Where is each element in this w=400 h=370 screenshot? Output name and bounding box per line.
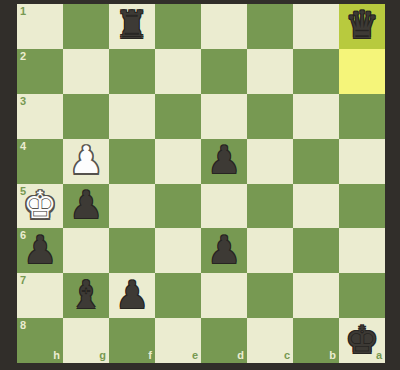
file-label-f: f [148, 350, 152, 361]
file-label-d: d [237, 350, 244, 361]
rank-label-4: 4 [20, 141, 26, 152]
black-pawn[interactable]: ♟ [69, 186, 103, 224]
square-e3[interactable] [155, 94, 201, 139]
square-a6[interactable] [339, 228, 385, 273]
square-h7[interactable]: 7 [17, 273, 63, 318]
square-c2[interactable] [247, 49, 293, 94]
square-a7[interactable] [339, 273, 385, 318]
square-e1[interactable] [155, 4, 201, 49]
square-h2[interactable]: 2 [17, 49, 63, 94]
square-a3[interactable] [339, 94, 385, 139]
black-pawn[interactable]: ♟ [23, 231, 57, 269]
square-e5[interactable] [155, 184, 201, 229]
square-a8[interactable]: a♚ [339, 318, 385, 363]
square-a1[interactable]: ♛ [339, 4, 385, 49]
square-b4[interactable] [293, 139, 339, 184]
square-c4[interactable] [247, 139, 293, 184]
square-a5[interactable] [339, 184, 385, 229]
black-bishop[interactable]: ♝ [69, 276, 103, 314]
rank-label-1: 1 [20, 6, 26, 17]
square-e6[interactable] [155, 228, 201, 273]
file-label-h: h [53, 350, 60, 361]
black-king[interactable]: ♚ [345, 321, 379, 359]
square-h6[interactable]: 6♟ [17, 228, 63, 273]
square-e4[interactable] [155, 139, 201, 184]
square-b7[interactable] [293, 273, 339, 318]
square-f6[interactable] [109, 228, 155, 273]
square-g2[interactable] [63, 49, 109, 94]
black-pawn[interactable]: ♟ [207, 141, 241, 179]
square-g4[interactable]: ♟ [63, 139, 109, 184]
square-h5[interactable]: 5♚ [17, 184, 63, 229]
square-b2[interactable] [293, 49, 339, 94]
file-label-b: b [329, 350, 336, 361]
square-g7[interactable]: ♝ [63, 273, 109, 318]
square-d4[interactable]: ♟ [201, 139, 247, 184]
square-d8[interactable]: d [201, 318, 247, 363]
square-c7[interactable] [247, 273, 293, 318]
square-b8[interactable]: b [293, 318, 339, 363]
square-b1[interactable] [293, 4, 339, 49]
square-f5[interactable] [109, 184, 155, 229]
square-h1[interactable]: 1 [17, 4, 63, 49]
square-b5[interactable] [293, 184, 339, 229]
square-h4[interactable]: 4 [17, 139, 63, 184]
square-a4[interactable] [339, 139, 385, 184]
square-f3[interactable] [109, 94, 155, 139]
square-d5[interactable] [201, 184, 247, 229]
square-g1[interactable] [63, 4, 109, 49]
square-c3[interactable] [247, 94, 293, 139]
black-pawn[interactable]: ♟ [115, 276, 149, 314]
square-c8[interactable]: c [247, 318, 293, 363]
square-h8[interactable]: 8h [17, 318, 63, 363]
rank-label-8: 8 [20, 320, 26, 331]
square-g5[interactable]: ♟ [63, 184, 109, 229]
rank-label-7: 7 [20, 275, 26, 286]
square-c6[interactable] [247, 228, 293, 273]
rank-label-2: 2 [20, 51, 26, 62]
chess-board[interactable]: 1♜♛234♟♟5♚♟6♟♟7♝♟8hgfedcba♚ [17, 4, 385, 363]
square-f4[interactable] [109, 139, 155, 184]
square-d6[interactable]: ♟ [201, 228, 247, 273]
square-f2[interactable] [109, 49, 155, 94]
square-f7[interactable]: ♟ [109, 273, 155, 318]
square-e2[interactable] [155, 49, 201, 94]
black-pawn[interactable]: ♟ [207, 231, 241, 269]
square-c5[interactable] [247, 184, 293, 229]
file-label-c: c [284, 350, 290, 361]
square-d2[interactable] [201, 49, 247, 94]
square-e8[interactable]: e [155, 318, 201, 363]
file-label-e: e [192, 350, 198, 361]
square-e7[interactable] [155, 273, 201, 318]
square-f8[interactable]: f [109, 318, 155, 363]
black-rook[interactable]: ♜ [115, 6, 149, 44]
square-f1[interactable]: ♜ [109, 4, 155, 49]
square-h3[interactable]: 3 [17, 94, 63, 139]
square-g6[interactable] [63, 228, 109, 273]
square-g3[interactable] [63, 94, 109, 139]
square-b6[interactable] [293, 228, 339, 273]
square-a2[interactable] [339, 49, 385, 94]
square-g8[interactable]: g [63, 318, 109, 363]
square-b3[interactable] [293, 94, 339, 139]
square-d1[interactable] [201, 4, 247, 49]
file-label-g: g [99, 350, 106, 361]
square-d7[interactable] [201, 273, 247, 318]
square-d3[interactable] [201, 94, 247, 139]
square-c1[interactable] [247, 4, 293, 49]
white-pawn[interactable]: ♟ [69, 141, 103, 179]
rank-label-3: 3 [20, 96, 26, 107]
black-queen[interactable]: ♛ [345, 6, 379, 44]
white-king[interactable]: ♚ [23, 186, 57, 224]
